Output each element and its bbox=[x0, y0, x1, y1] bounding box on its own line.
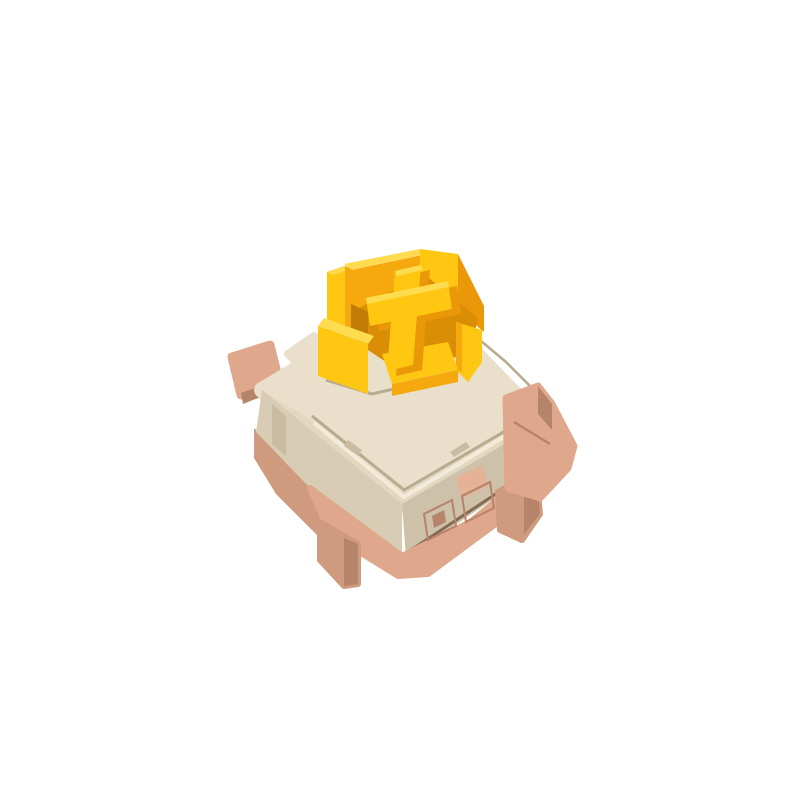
stem-right-wall-inner-edge bbox=[456, 322, 462, 372]
bottom-housing-left-foot-shade bbox=[344, 538, 358, 586]
keyboard-switch-illustration bbox=[0, 0, 800, 800]
product-photo bbox=[0, 0, 800, 800]
